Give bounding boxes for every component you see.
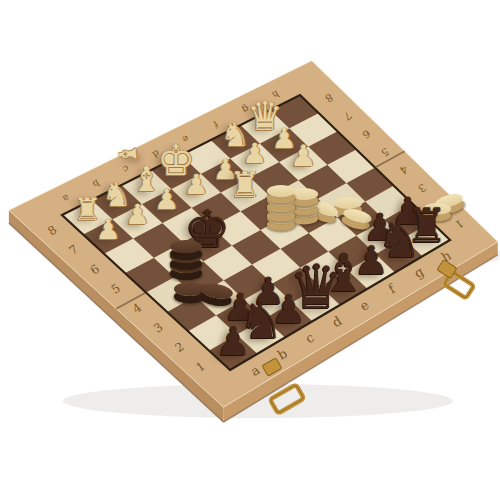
product-photo-chess-set: 11aa22bb33cc44dd55ee66ff77gg88hh ♜♞♝♚♞♛♟… [0, 0, 500, 500]
chess-board: 11aa22bb33cc44dd55ee66ff77gg88hh [0, 0, 500, 500]
checker-light-disc [423, 203, 451, 215]
checker-dark-disc [170, 240, 201, 253]
checker-light-disc [334, 197, 362, 209]
